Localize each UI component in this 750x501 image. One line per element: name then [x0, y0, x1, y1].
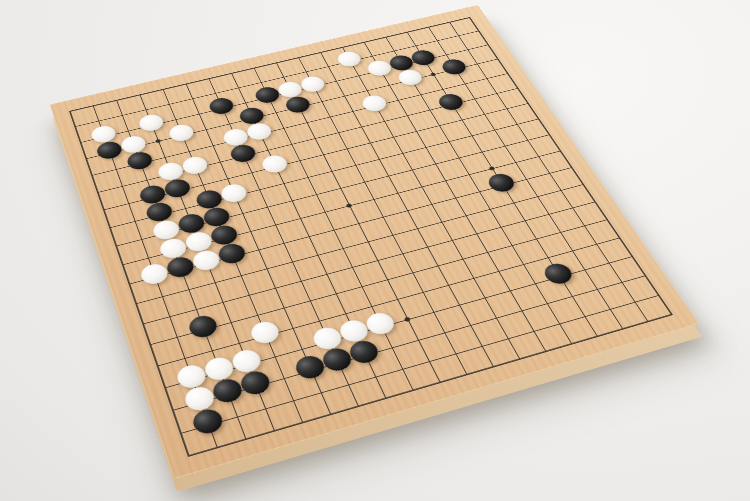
- photo-background: [0, 0, 750, 501]
- go-board: [50, 5, 699, 479]
